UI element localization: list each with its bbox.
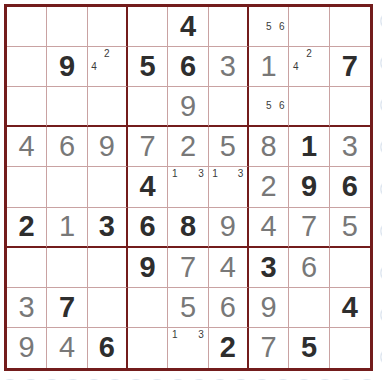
cell-r5c2[interactable]: [47, 167, 87, 207]
cell-value: 1: [261, 52, 277, 81]
cell-r4c7[interactable]: 8: [249, 127, 289, 167]
cell-value: 1: [301, 132, 317, 161]
cell-value: 4: [342, 293, 358, 322]
cell-r3c8[interactable]: [289, 87, 329, 127]
cell-r1c7[interactable]: 56: [249, 7, 289, 47]
cell-r6c6[interactable]: 9: [209, 208, 249, 248]
cell-value: 2: [19, 212, 35, 241]
cell-r2c6[interactable]: 3: [209, 47, 249, 87]
cell-value: 9: [19, 333, 35, 362]
cell-r6c4[interactable]: 6: [128, 208, 168, 248]
cell-value: 4: [261, 212, 277, 241]
cell-r7c6[interactable]: 4: [209, 248, 249, 288]
cell-value: 8: [261, 132, 277, 161]
cell-r5c6[interactable]: 13: [209, 167, 249, 207]
cell-value: 3: [220, 52, 236, 81]
pencil-mark: 2: [104, 49, 110, 59]
cell-value: 5: [342, 212, 358, 241]
cell-value: 3: [99, 212, 115, 241]
cell-r5c3[interactable]: [88, 167, 128, 207]
cell-r4c2[interactable]: 6: [47, 127, 87, 167]
cell-r7c7[interactable]: 3: [249, 248, 289, 288]
cell-r1c5[interactable]: 4: [168, 7, 208, 47]
cell-r2c5[interactable]: 6: [168, 47, 208, 87]
cell-r7c4[interactable]: 9: [128, 248, 168, 288]
cell-r5c9[interactable]: 6: [330, 167, 370, 207]
cell-r5c5[interactable]: 13: [168, 167, 208, 207]
cell-r4c5[interactable]: 2: [168, 127, 208, 167]
cell-r4c3[interactable]: 9: [88, 127, 128, 167]
cell-value: 8: [180, 212, 196, 241]
cell-value: 9: [180, 92, 196, 121]
cell-r5c7[interactable]: 2: [249, 167, 289, 207]
cell-value: 2: [180, 132, 196, 161]
cell-r8c1[interactable]: 3: [7, 288, 47, 328]
cell-r9c3[interactable]: 6: [88, 328, 128, 368]
pencil-mark: 4: [293, 62, 299, 72]
cell-r1c6[interactable]: [209, 7, 249, 47]
cell-r9c8[interactable]: 5: [289, 328, 329, 368]
cell-value: 4: [180, 12, 196, 41]
cell-value: 5: [301, 333, 317, 362]
cell-r8c3[interactable]: [88, 288, 128, 328]
cell-value: 6: [180, 52, 196, 81]
cell-r9c1[interactable]: 9: [7, 328, 47, 368]
cell-r7c1[interactable]: [7, 248, 47, 288]
cell-r6c1[interactable]: 2: [7, 208, 47, 248]
cell-value: 7: [140, 132, 156, 161]
cell-r3c6[interactable]: [209, 87, 249, 127]
cell-r2c3[interactable]: 24: [88, 47, 128, 87]
cell-r3c5[interactable]: 9: [168, 87, 208, 127]
cell-r6c9[interactable]: 5: [330, 208, 370, 248]
cell-value: 5: [180, 293, 196, 322]
cell-r2c4[interactable]: 5: [128, 47, 168, 87]
cell-r2c9[interactable]: 7: [330, 47, 370, 87]
cell-value: 2: [220, 333, 236, 362]
cell-value: 3: [261, 253, 277, 282]
cell-value: 4: [140, 172, 156, 201]
cell-r1c3[interactable]: [88, 7, 128, 47]
cell-value: 7: [180, 253, 196, 282]
background-artifact: [376, 0, 382, 380]
cell-r3c9[interactable]: [330, 87, 370, 127]
cell-value: 3: [342, 132, 358, 161]
pencil-mark: 1: [172, 330, 178, 340]
cell-r3c7[interactable]: 56: [249, 87, 289, 127]
cell-value: 7: [261, 333, 277, 362]
cell-value: 4: [59, 333, 75, 362]
cell-value: 6: [140, 212, 156, 241]
cell-r8c7[interactable]: 9: [249, 288, 289, 328]
cell-r4c9[interactable]: 3: [330, 127, 370, 167]
cell-value: 4: [19, 132, 35, 161]
cell-value: 3: [19, 293, 35, 322]
cell-r4c4[interactable]: 7: [128, 127, 168, 167]
cell-value: 9: [301, 172, 317, 201]
cell-value: 6: [342, 172, 358, 201]
cell-value: 6: [220, 293, 236, 322]
cell-r8c5[interactable]: 5: [168, 288, 208, 328]
cell-value: 7: [59, 293, 75, 322]
cell-r8c4[interactable]: [128, 288, 168, 328]
cell-r9c6[interactable]: 2: [209, 328, 249, 368]
pencil-mark: 5: [266, 101, 272, 111]
pencil-mark: 6: [279, 22, 285, 32]
cell-r2c8[interactable]: 24: [289, 47, 329, 87]
cell-r7c9[interactable]: [330, 248, 370, 288]
cell-r2c7[interactable]: 1: [249, 47, 289, 87]
cell-value: 2: [261, 172, 277, 201]
background-artifact: [0, 373, 382, 380]
cell-value: 9: [99, 132, 115, 161]
pencil-mark: 4: [91, 62, 97, 72]
cell-r6c7[interactable]: 4: [249, 208, 289, 248]
cell-r5c8[interactable]: 9: [289, 167, 329, 207]
cell-r2c2[interactable]: 9: [47, 47, 87, 87]
cell-r6c2[interactable]: 1: [47, 208, 87, 248]
pencil-mark: 3: [198, 330, 204, 340]
cell-value: 6: [99, 333, 115, 362]
cell-r1c2[interactable]: [47, 7, 87, 47]
cell-r3c1[interactable]: [7, 87, 47, 127]
pencil-mark: 6: [279, 101, 285, 111]
pencil-mark: 2: [306, 49, 312, 59]
cell-r3c3[interactable]: [88, 87, 128, 127]
cell-r1c9[interactable]: [330, 7, 370, 47]
pencil-mark: 3: [198, 169, 204, 179]
cell-r8c9[interactable]: 4: [330, 288, 370, 328]
cell-r9c2[interactable]: 4: [47, 328, 87, 368]
cell-r4c1[interactable]: 4: [7, 127, 47, 167]
sudoku-board: 4569245631247956469725813413132962136894…: [4, 4, 373, 371]
cell-r8c6[interactable]: 6: [209, 288, 249, 328]
cell-r8c2[interactable]: 7: [47, 288, 87, 328]
pencil-mark: 3: [238, 169, 244, 179]
pencil-mark: 1: [212, 169, 218, 179]
cell-value: 1: [59, 212, 75, 241]
cell-r3c4[interactable]: [128, 87, 168, 127]
cell-r6c8[interactable]: 7: [289, 208, 329, 248]
cell-r9c4[interactable]: [128, 328, 168, 368]
cell-r1c1[interactable]: [7, 7, 47, 47]
pencil-mark: 5: [266, 22, 272, 32]
cell-r2c1[interactable]: [7, 47, 47, 87]
cell-value: 4: [220, 253, 236, 282]
cell-value: 9: [261, 293, 277, 322]
cell-r5c1[interactable]: [7, 167, 47, 207]
cell-r9c7[interactable]: 7: [249, 328, 289, 368]
cell-r8c8[interactable]: [289, 288, 329, 328]
cell-r1c4[interactable]: [128, 7, 168, 47]
cell-r6c5[interactable]: 8: [168, 208, 208, 248]
cell-value: 9: [220, 212, 236, 241]
cell-r1c8[interactable]: [289, 7, 329, 47]
cell-r7c8[interactable]: 6: [289, 248, 329, 288]
cell-r4c6[interactable]: 5: [209, 127, 249, 167]
cell-value: 7: [301, 212, 317, 241]
cell-r9c9[interactable]: [330, 328, 370, 368]
cell-r4c8[interactable]: 1: [289, 127, 329, 167]
cell-value: 5: [220, 132, 236, 161]
cell-r9c5[interactable]: 13: [168, 328, 208, 368]
cell-value: 6: [301, 253, 317, 282]
cell-value: 7: [342, 52, 358, 81]
pencil-mark: 1: [172, 169, 178, 179]
cell-r3c2[interactable]: [47, 87, 87, 127]
cell-value: 9: [140, 253, 156, 282]
cell-value: 5: [140, 52, 156, 81]
cell-value: 9: [59, 52, 75, 81]
background-artifact: [0, 0, 2, 380]
cell-r6c3[interactable]: 3: [88, 208, 128, 248]
cell-r7c3[interactable]: [88, 248, 128, 288]
cell-r5c4[interactable]: 4: [128, 167, 168, 207]
cell-value: 6: [59, 132, 75, 161]
cell-r7c5[interactable]: 7: [168, 248, 208, 288]
cell-r7c2[interactable]: [47, 248, 87, 288]
